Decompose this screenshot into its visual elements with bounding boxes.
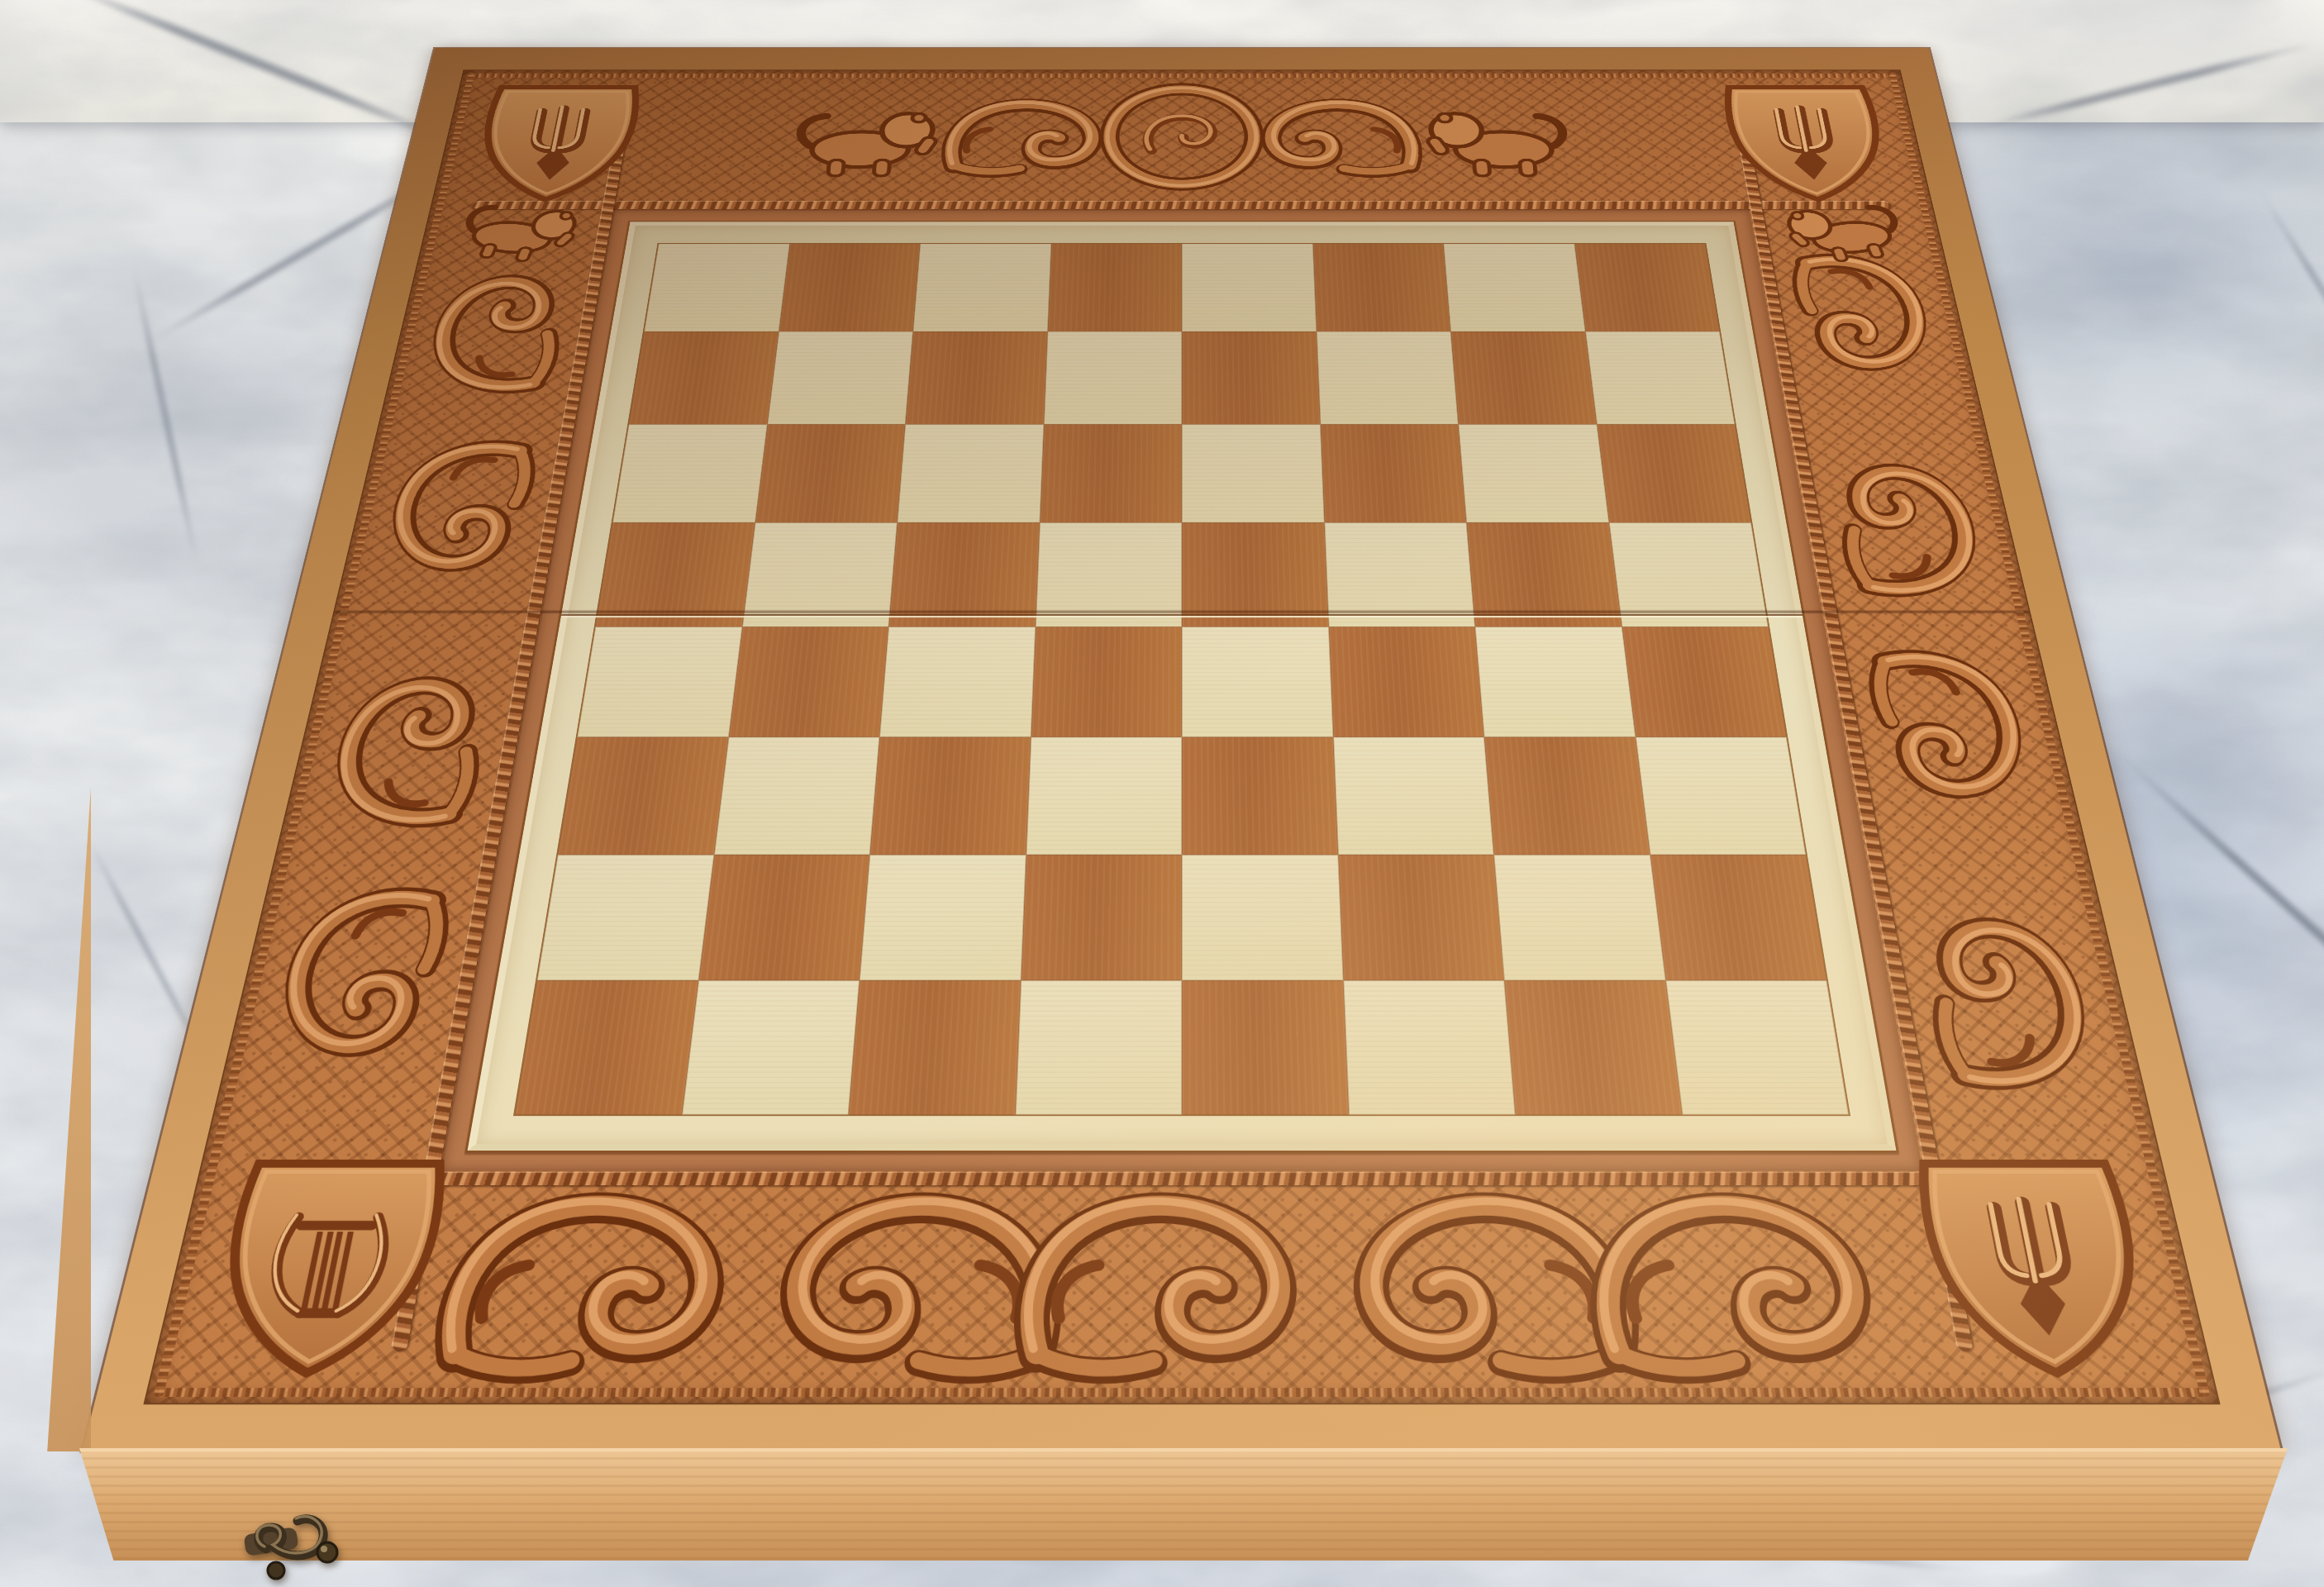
square-f3[interactable] <box>1333 737 1494 855</box>
chess-box-top <box>83 48 2281 1451</box>
square-h6[interactable] <box>1597 424 1751 522</box>
rope-border-bottom <box>250 1172 2114 1186</box>
square-a2[interactable] <box>537 855 714 980</box>
square-g6[interactable] <box>1459 424 1609 522</box>
square-a4[interactable] <box>577 627 741 737</box>
square-f6[interactable] <box>1320 424 1466 522</box>
square-c1[interactable] <box>849 980 1021 1114</box>
board-surface <box>468 222 1897 1151</box>
square-e4[interactable] <box>1182 627 1333 737</box>
rope-border-top <box>471 201 1892 209</box>
square-b3[interactable] <box>714 737 880 855</box>
square-h1[interactable] <box>1665 980 1849 1114</box>
square-c2[interactable] <box>860 855 1026 980</box>
square-d3[interactable] <box>1026 737 1182 855</box>
square-e8[interactable] <box>1182 244 1317 331</box>
square-a8[interactable] <box>644 244 789 331</box>
square-h4[interactable] <box>1622 627 1786 737</box>
square-f5[interactable] <box>1324 522 1475 627</box>
square-h8[interactable] <box>1574 244 1720 331</box>
square-d1[interactable] <box>1015 980 1182 1114</box>
chess-box-scene <box>83 51 2281 1451</box>
square-h3[interactable] <box>1636 737 1806 855</box>
square-d4[interactable] <box>1031 627 1182 737</box>
square-b5[interactable] <box>742 522 898 627</box>
square-a6[interactable] <box>612 424 767 522</box>
square-d8[interactable] <box>1047 244 1182 331</box>
square-c6[interactable] <box>898 424 1044 522</box>
square-g2[interactable] <box>1494 855 1666 980</box>
box-front-edge <box>79 1448 2288 1561</box>
square-e5[interactable] <box>1182 522 1328 627</box>
square-e7[interactable] <box>1182 331 1320 424</box>
square-d5[interactable] <box>1036 522 1182 627</box>
square-d2[interactable] <box>1021 855 1182 980</box>
square-g5[interactable] <box>1466 522 1622 627</box>
square-g1[interactable] <box>1504 980 1682 1114</box>
square-f4[interactable] <box>1328 627 1483 737</box>
square-e2[interactable] <box>1182 855 1343 980</box>
square-b6[interactable] <box>755 424 905 522</box>
square-g3[interactable] <box>1484 737 1650 855</box>
square-g8[interactable] <box>1444 244 1585 331</box>
bead-strip-outer-top <box>467 74 1897 78</box>
square-b1[interactable] <box>682 980 860 1114</box>
square-c7[interactable] <box>905 331 1047 424</box>
square-g7[interactable] <box>1450 331 1597 424</box>
square-f1[interactable] <box>1343 980 1515 1114</box>
square-d6[interactable] <box>1040 424 1182 522</box>
square-a7[interactable] <box>629 331 779 424</box>
square-d7[interactable] <box>1044 331 1182 424</box>
square-h2[interactable] <box>1650 855 1826 980</box>
bead-strip-outer-bottom <box>153 1388 2210 1397</box>
square-b8[interactable] <box>779 244 920 331</box>
square-e1[interactable] <box>1182 980 1349 1114</box>
square-e6[interactable] <box>1182 424 1324 522</box>
square-c4[interactable] <box>879 627 1035 737</box>
square-b7[interactable] <box>767 331 913 424</box>
square-e3[interactable] <box>1182 737 1338 855</box>
board-grid <box>515 244 1849 1115</box>
square-a1[interactable] <box>515 980 698 1114</box>
square-g4[interactable] <box>1475 627 1636 737</box>
square-b4[interactable] <box>728 627 888 737</box>
square-f2[interactable] <box>1338 855 1504 980</box>
square-c5[interactable] <box>888 522 1040 627</box>
square-a3[interactable] <box>558 737 728 855</box>
square-c3[interactable] <box>869 737 1031 855</box>
square-f7[interactable] <box>1317 331 1459 424</box>
clasp-latch[interactable] <box>238 1513 383 1587</box>
square-a5[interactable] <box>595 522 755 627</box>
square-h5[interactable] <box>1609 522 1769 627</box>
square-h7[interactable] <box>1585 331 1735 424</box>
square-c8[interactable] <box>913 244 1051 331</box>
square-f8[interactable] <box>1312 244 1450 331</box>
square-b2[interactable] <box>698 855 870 980</box>
